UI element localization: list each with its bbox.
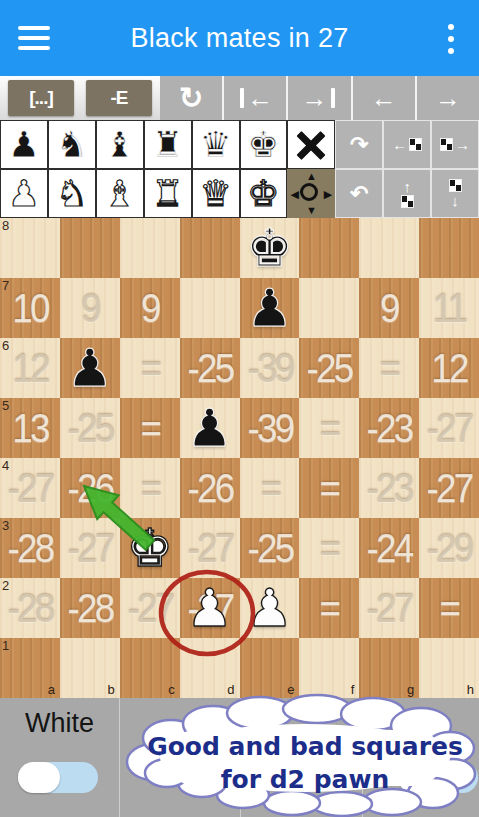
eval-label-g7: 9 [362,278,417,338]
eval-label-c6: = [122,338,177,398]
white-bishop-icon: ♝ [104,176,136,212]
square-a3[interactable]: -283 [0,518,60,578]
square-c2[interactable]: -27 [120,578,180,638]
page-title: Black mates in 27 [0,23,479,54]
square-f1[interactable]: f [299,638,359,698]
eval-label-b7: 9 [62,278,117,338]
white-pawn-d2: ♟ [180,578,240,638]
black-knight-icon: ♞ [56,127,88,163]
shift-board-up-icon: ↑ [401,179,414,208]
palette-row-white: ♟♞♝♜♛♚▲▼◀▶↶↑↓ [0,169,479,218]
black-king-button[interactable]: ♚ [240,120,288,169]
eval-label-a7: 10 [2,278,57,338]
arrow-glyph: ↶ [350,183,368,205]
square-c8[interactable] [120,218,180,278]
white-knight-button[interactable]: ♞ [48,169,96,218]
rank-label-8: 8 [2,218,9,233]
chess-app-screen: Black mates in 27 [...] -E ↻ ← → ← → [0,0,479,817]
mini-board-icon [401,195,414,208]
black-queen-button[interactable]: ♛ [192,120,240,169]
dpad-right-icon: ▶ [324,188,332,199]
black-king-e8: ♚ [240,218,300,278]
square-h3[interactable]: -29 [419,518,479,578]
square-h5[interactable]: -27 [419,398,479,458]
square-f2[interactable]: = [299,578,359,638]
eval-label-a3: -28 [2,518,57,578]
black-bishop-button[interactable]: ♝ [96,120,144,169]
bar-icon [331,88,335,108]
black-knight-button[interactable]: ♞ [48,120,96,169]
move-piece-mode-button[interactable]: ▲▼◀▶ [287,169,335,218]
shift-board-left-icon: ← [392,137,422,152]
eval-label-b5: -25 [62,398,117,458]
square-c7[interactable]: 9 [120,278,180,338]
square-d7[interactable] [180,278,240,338]
eval-label-d4: -26 [182,458,237,518]
square-e3[interactable]: -25 [240,518,300,578]
eval-label-a5: 13 [2,398,57,458]
eval-label-c4: = [122,458,177,518]
eval-label-c7: 9 [122,278,177,338]
square-a5[interactable]: 135 [0,398,60,458]
eval-label-a6: 12 [2,338,57,398]
eval-label-h5: -27 [422,398,477,458]
eval-label-d6: -25 [182,338,237,398]
eval-label-f2: = [302,578,357,638]
square-e8[interactable]: ♚ [240,218,300,278]
eval-label-f3: = [302,518,357,578]
eval-label-h3: -29 [422,518,477,578]
dpad-down-icon: ▼ [306,205,317,216]
square-c5[interactable]: = [120,398,180,458]
variations-icon: [...] [29,87,53,109]
undo-button[interactable]: ↶ [335,169,383,218]
square-h4[interactable]: -27 [419,458,479,518]
black-king-icon: ♚ [247,127,279,163]
mini-board-icon [449,179,462,192]
palette-row-black: ♟♞♝♜♛♚↷←→ [0,120,479,169]
eval-label-d3: -27 [182,518,237,578]
rank-label-3: 3 [2,518,9,533]
eval-label-g3: -24 [362,518,417,578]
file-label-a: a [48,682,55,697]
engine-button[interactable]: -E [86,80,152,116]
white-knight-icon: ♞ [56,176,88,212]
eval-label-c2: -27 [122,578,177,638]
black-rook-icon: ♜ [152,127,184,163]
bubble-text-line1: Good and bad squares [147,732,463,761]
white-king-button[interactable]: ♚ [240,169,288,218]
square-b1[interactable]: b [60,638,120,698]
navigation-buttons: ↻ ← → ← → [160,76,479,120]
square-g2[interactable]: -27 [359,578,419,638]
flip-board-button[interactable]: ↻ [160,76,222,120]
white-bishop-button[interactable]: ♝ [96,169,144,218]
square-c4[interactable]: = [120,458,180,518]
shift-board-down-icon: ↓ [449,179,462,208]
square-b2[interactable]: -28 [60,578,120,638]
white-rook-icon: ♜ [152,176,184,212]
white-pawn-icon: ♟ [8,176,40,212]
overflow-menu-icon[interactable] [445,24,457,54]
square-g7[interactable]: 9 [359,278,419,338]
white-queen-button[interactable]: ♛ [192,169,240,218]
chess-board: 8♚10799♟911126♟=-25-39-25=12135-25=♟-39=… [0,218,479,698]
square-b6[interactable]: ♟ [60,338,120,398]
square-b5[interactable]: -25 [60,398,120,458]
app-bar: Black mates in 27 [0,0,479,76]
square-f6[interactable]: -25 [299,338,359,398]
white-queen-icon: ♛ [199,176,231,212]
arrow-glyph: ↓ [451,193,459,208]
variations-button[interactable]: [...] [8,80,74,116]
dpad-up-icon: ▲ [306,171,317,182]
square-h6[interactable]: 12 [419,338,479,398]
square-e5[interactable]: -39 [240,398,300,458]
eval-label-g2: -27 [362,578,417,638]
eval-label-e3: -25 [242,518,297,578]
square-a4[interactable]: -274 [0,458,60,518]
white-engine-toggle[interactable] [18,762,98,793]
eval-label-h6: 12 [422,338,477,398]
rank-label-4: 4 [2,458,9,473]
eval-label-h7: 11 [422,278,477,338]
white-pawn-button[interactable]: ♟ [0,169,48,218]
square-d4[interactable]: -26 [180,458,240,518]
white-to-move-button[interactable]: White [0,708,119,739]
eval-label-b2: -28 [62,578,117,638]
black-pawn-button[interactable]: ♟ [0,120,48,169]
eval-label-e6: -39 [242,338,297,398]
go-to-end-button[interactable]: → [286,76,350,120]
black-rook-button[interactable]: ♜ [144,120,192,169]
black-pawn-b6: ♟ [60,338,120,398]
square-d3[interactable]: -27 [180,518,240,578]
square-a8[interactable]: 8 [0,218,60,278]
eval-label-f5: = [302,398,357,458]
square-d8[interactable] [180,218,240,278]
dpad-left-icon: ◀ [290,188,298,199]
hint-bubble: Good and bad squares for d2 pawn [105,690,479,817]
shift-board-right-icon: → [440,137,470,152]
square-d6[interactable]: -25 [180,338,240,398]
square-b3[interactable]: -27 [60,518,120,578]
square-f3[interactable]: = [299,518,359,578]
square-h8[interactable] [419,218,479,278]
square-e1[interactable]: e [240,638,300,698]
eval-label-h4: -27 [422,458,477,518]
undo-icon: ↶ [350,183,368,205]
arrow-left-icon: ← [371,83,397,114]
delete-piece-button[interactable] [287,120,335,169]
go-to-start-button[interactable]: ← [222,76,286,120]
square-e4[interactable]: = [240,458,300,518]
refresh-icon: ↻ [179,81,203,115]
bottom-panel: White Play Good and bad squares for d2 [0,698,479,817]
square-h2[interactable]: = [419,578,479,638]
eval-label-b4: -26 [62,458,117,518]
rank-label-2: 2 [2,578,9,593]
square-d2[interactable]: -27♟ [180,578,240,638]
square-f7[interactable] [299,278,359,338]
delete-x-icon [296,130,326,160]
rank-label-6: 6 [2,338,9,353]
square-g5[interactable]: -23 [359,398,419,458]
rank-label-7: 7 [2,278,9,293]
arrow-right-icon: → [435,83,461,114]
square-d5[interactable]: ♟ [180,398,240,458]
square-a1[interactable]: 1a [0,638,60,698]
bar-icon [240,88,244,108]
square-a7[interactable]: 107 [0,278,60,338]
square-e2[interactable]: ♟ [240,578,300,638]
white-king-c3: ♚ [120,518,180,578]
square-a2[interactable]: -282 [0,578,60,638]
edit-toolbar: [...] -E ↻ ← → ← → [0,76,479,120]
square-g1[interactable]: g [359,638,419,698]
dpad-ring-icon [300,183,318,201]
square-f4[interactable]: = [299,458,359,518]
black-bishop-icon: ♝ [104,127,136,163]
eval-label-b3: -27 [62,518,117,578]
square-b7[interactable]: 9 [60,278,120,338]
square-a6[interactable]: 126 [0,338,60,398]
arrow-left-icon: ← [247,83,273,114]
toggle-knob [18,762,60,793]
square-d1[interactable]: d [180,638,240,698]
square-h1[interactable]: h [419,638,479,698]
arrow-glyph: ← [392,137,407,152]
square-f8[interactable] [299,218,359,278]
arrow-glyph: ↷ [350,134,368,156]
forward-button[interactable]: → [415,76,479,120]
arrow-right-icon: → [302,83,328,114]
square-b8[interactable] [60,218,120,278]
white-king-icon: ♚ [247,176,279,212]
eval-label-f6: -25 [302,338,357,398]
rank-label-5: 5 [2,398,9,413]
square-f5[interactable]: = [299,398,359,458]
eval-label-g6: = [362,338,417,398]
arrow-glyph: ↑ [403,179,411,194]
bubble-text-line2: for d2 pawn [221,765,390,794]
eval-label-a2: -28 [2,578,57,638]
arrow-glyph: → [455,137,470,152]
shift-board-up-button[interactable]: ↑ [383,169,431,218]
white-rook-button[interactable]: ♜ [144,169,192,218]
mini-board-icon [440,138,453,151]
menu-icon[interactable] [18,26,50,50]
black-pawn-icon: ♟ [8,127,40,163]
square-c3[interactable]: ♚ [120,518,180,578]
white-pawn-e2: ♟ [240,578,300,638]
square-g4[interactable]: -23 [359,458,419,518]
black-queen-icon: ♛ [199,127,231,163]
square-b4[interactable]: -26 [60,458,120,518]
shift-board-down-button[interactable]: ↓ [431,169,479,218]
shift-board-right-button[interactable]: → [431,120,479,169]
square-e7[interactable]: ♟ [240,278,300,338]
eval-label-h2: = [422,578,477,638]
rank-label-1: 1 [2,638,9,653]
square-c1[interactable]: c [120,638,180,698]
eval-label-a4: -27 [2,458,57,518]
square-g6[interactable]: = [359,338,419,398]
eval-label-g5: -23 [362,398,417,458]
eval-label-e5: -39 [242,398,297,458]
eval-label-c5: = [122,398,177,458]
eval-label-g4: -23 [362,458,417,518]
black-pawn-e7: ♟ [240,278,300,338]
square-g3[interactable]: -24 [359,518,419,578]
back-button[interactable]: ← [351,76,415,120]
mini-board-icon [409,138,422,151]
square-c6[interactable]: = [120,338,180,398]
shift-board-left-button[interactable]: ← [383,120,431,169]
eval-label-e4: = [242,458,297,518]
redo-button[interactable]: ↷ [335,120,383,169]
square-g8[interactable] [359,218,419,278]
square-h7[interactable]: 11 [419,278,479,338]
redo-icon: ↷ [350,134,368,156]
square-e6[interactable]: -39 [240,338,300,398]
black-pawn-d5: ♟ [180,398,240,458]
eval-label-f4: = [302,458,357,518]
engine-icon: -E [111,87,128,109]
